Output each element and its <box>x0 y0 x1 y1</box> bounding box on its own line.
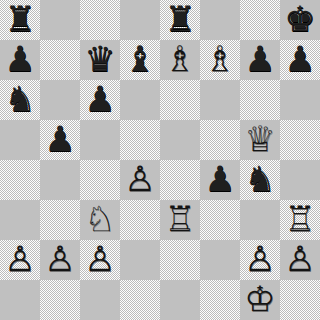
white-pawn-piece: ♙ <box>44 239 75 279</box>
square-h3[interactable]: ♖ <box>280 200 320 240</box>
black-pawn-piece: ♟ <box>204 159 235 199</box>
black-rook-piece: ♜ <box>164 0 195 39</box>
square-h4[interactable] <box>280 160 320 200</box>
square-e1[interactable] <box>160 280 200 320</box>
square-d4[interactable]: ♙ <box>120 160 160 200</box>
square-b2[interactable]: ♙ <box>40 240 80 280</box>
square-a3[interactable] <box>0 200 40 240</box>
square-b8[interactable] <box>40 0 80 40</box>
black-pawn-piece: ♟ <box>44 119 75 159</box>
black-pawn-piece: ♟ <box>244 39 275 79</box>
square-c5[interactable] <box>80 120 120 160</box>
square-f8[interactable] <box>200 0 240 40</box>
square-g7[interactable]: ♟ <box>240 40 280 80</box>
black-king-piece: ♚ <box>284 0 315 39</box>
square-b6[interactable] <box>40 80 80 120</box>
square-c4[interactable] <box>80 160 120 200</box>
white-bishop-piece: ♗ <box>204 39 235 79</box>
square-d6[interactable] <box>120 80 160 120</box>
white-pawn-piece: ♙ <box>4 239 35 279</box>
square-e8[interactable]: ♜ <box>160 0 200 40</box>
square-b3[interactable] <box>40 200 80 240</box>
square-e6[interactable] <box>160 80 200 120</box>
square-d8[interactable] <box>120 0 160 40</box>
black-pawn-piece: ♟ <box>84 79 115 119</box>
square-a2[interactable]: ♙ <box>0 240 40 280</box>
white-pawn-piece: ♙ <box>244 239 275 279</box>
chess-board-frame: ♜♜♚♟♛♝♗♗♟♟♞♟♟♕♙♟♞♘♖♖♙♙♙♙♙♔ <box>0 0 320 320</box>
square-a5[interactable] <box>0 120 40 160</box>
white-bishop-piece: ♗ <box>164 39 195 79</box>
square-c6[interactable]: ♟ <box>80 80 120 120</box>
square-g2[interactable]: ♙ <box>240 240 280 280</box>
square-f6[interactable] <box>200 80 240 120</box>
white-queen-piece: ♕ <box>244 119 275 159</box>
white-pawn-piece: ♙ <box>84 239 115 279</box>
white-king-piece: ♔ <box>244 279 275 319</box>
black-pawn-piece: ♟ <box>284 39 315 79</box>
square-g5[interactable]: ♕ <box>240 120 280 160</box>
square-h1[interactable] <box>280 280 320 320</box>
square-f7[interactable]: ♗ <box>200 40 240 80</box>
square-h2[interactable]: ♙ <box>280 240 320 280</box>
square-e4[interactable] <box>160 160 200 200</box>
square-f1[interactable] <box>200 280 240 320</box>
square-h5[interactable] <box>280 120 320 160</box>
square-c3[interactable]: ♘ <box>80 200 120 240</box>
black-queen-piece: ♛ <box>84 39 115 79</box>
square-c8[interactable] <box>80 0 120 40</box>
white-knight-piece: ♘ <box>84 199 115 239</box>
square-c7[interactable]: ♛ <box>80 40 120 80</box>
square-e3[interactable]: ♖ <box>160 200 200 240</box>
square-d2[interactable] <box>120 240 160 280</box>
black-rook-piece: ♜ <box>4 0 35 39</box>
square-e5[interactable] <box>160 120 200 160</box>
black-pawn-piece: ♟ <box>4 39 35 79</box>
black-knight-piece: ♞ <box>4 79 35 119</box>
white-pawn-piece: ♙ <box>124 159 155 199</box>
black-bishop-piece: ♝ <box>124 39 155 79</box>
chess-board: ♜♜♚♟♛♝♗♗♟♟♞♟♟♕♙♟♞♘♖♖♙♙♙♙♙♔ <box>0 0 320 320</box>
square-g1[interactable]: ♔ <box>240 280 280 320</box>
square-f4[interactable]: ♟ <box>200 160 240 200</box>
square-g8[interactable] <box>240 0 280 40</box>
square-b7[interactable] <box>40 40 80 80</box>
square-g6[interactable] <box>240 80 280 120</box>
square-d1[interactable] <box>120 280 160 320</box>
square-a1[interactable] <box>0 280 40 320</box>
square-f3[interactable] <box>200 200 240 240</box>
square-b5[interactable]: ♟ <box>40 120 80 160</box>
square-c2[interactable]: ♙ <box>80 240 120 280</box>
square-h8[interactable]: ♚ <box>280 0 320 40</box>
square-a8[interactable]: ♜ <box>0 0 40 40</box>
square-b4[interactable] <box>40 160 80 200</box>
square-f2[interactable] <box>200 240 240 280</box>
square-e7[interactable]: ♗ <box>160 40 200 80</box>
square-g4[interactable]: ♞ <box>240 160 280 200</box>
square-f5[interactable] <box>200 120 240 160</box>
square-a6[interactable]: ♞ <box>0 80 40 120</box>
square-d3[interactable] <box>120 200 160 240</box>
white-pawn-piece: ♙ <box>284 239 315 279</box>
square-d7[interactable]: ♝ <box>120 40 160 80</box>
square-e2[interactable] <box>160 240 200 280</box>
white-rook-piece: ♖ <box>164 199 195 239</box>
square-a4[interactable] <box>0 160 40 200</box>
square-g3[interactable] <box>240 200 280 240</box>
black-knight-piece: ♞ <box>244 159 275 199</box>
square-d5[interactable] <box>120 120 160 160</box>
square-a7[interactable]: ♟ <box>0 40 40 80</box>
square-c1[interactable] <box>80 280 120 320</box>
square-b1[interactable] <box>40 280 80 320</box>
square-h7[interactable]: ♟ <box>280 40 320 80</box>
white-rook-piece: ♖ <box>284 199 315 239</box>
square-h6[interactable] <box>280 80 320 120</box>
